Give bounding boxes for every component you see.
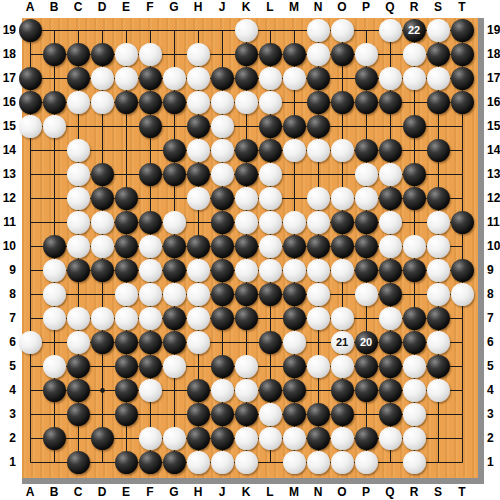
intersection-J9[interactable]	[210, 258, 234, 282]
black-stone-G13[interactable]	[163, 163, 186, 186]
white-stone-H1[interactable]	[187, 451, 210, 474]
black-stone-C4[interactable]	[67, 379, 90, 402]
white-stone-H16[interactable]	[187, 91, 210, 114]
intersection-O7[interactable]	[330, 306, 354, 330]
intersection-O12[interactable]	[330, 186, 354, 210]
white-stone-O1[interactable]	[331, 451, 354, 474]
black-stone-N16[interactable]	[307, 91, 330, 114]
white-stone-D11[interactable]	[91, 211, 114, 234]
intersection-H11[interactable]	[186, 210, 210, 234]
intersection-Q19[interactable]	[378, 18, 402, 42]
intersection-B4[interactable]	[42, 378, 66, 402]
black-stone-K13[interactable]	[235, 163, 258, 186]
intersection-C11[interactable]	[66, 210, 90, 234]
white-stone-Q17[interactable]	[379, 67, 402, 90]
white-stone-C13[interactable]	[67, 163, 90, 186]
black-stone-G16[interactable]	[163, 91, 186, 114]
black-stone-N2[interactable]	[307, 427, 330, 450]
intersection-N7[interactable]	[306, 306, 330, 330]
intersection-L14[interactable]	[258, 138, 282, 162]
intersection-B12[interactable]	[42, 186, 66, 210]
white-stone-N11[interactable]	[307, 211, 330, 234]
intersection-A4[interactable]	[18, 378, 42, 402]
intersection-F18[interactable]	[138, 42, 162, 66]
black-stone-L15[interactable]	[259, 115, 282, 138]
black-stone-Q16[interactable]	[379, 91, 402, 114]
intersection-F3[interactable]	[138, 402, 162, 426]
intersection-T3[interactable]	[450, 402, 474, 426]
black-stone-P17[interactable]	[355, 67, 378, 90]
intersection-S7[interactable]	[426, 306, 450, 330]
white-stone-H8[interactable]	[187, 283, 210, 306]
intersection-D17[interactable]	[90, 66, 114, 90]
intersection-E16[interactable]	[114, 90, 138, 114]
intersection-O4[interactable]	[330, 378, 354, 402]
black-stone-D18[interactable]	[91, 43, 114, 66]
white-stone-F9[interactable]	[139, 259, 162, 282]
white-stone-G11[interactable]	[163, 211, 186, 234]
intersection-E9[interactable]	[114, 258, 138, 282]
white-stone-O7[interactable]	[331, 307, 354, 330]
intersection-M8[interactable]	[282, 282, 306, 306]
intersection-Q6[interactable]	[378, 330, 402, 354]
intersection-G8[interactable]	[162, 282, 186, 306]
intersection-K7[interactable]	[234, 306, 258, 330]
intersection-Q15[interactable]	[378, 114, 402, 138]
white-stone-M17[interactable]	[283, 67, 306, 90]
intersection-R10[interactable]	[402, 234, 426, 258]
intersection-Q11[interactable]	[378, 210, 402, 234]
intersection-S13[interactable]	[426, 162, 450, 186]
intersection-S16[interactable]	[426, 90, 450, 114]
intersection-E13[interactable]	[114, 162, 138, 186]
black-stone-S18[interactable]	[427, 43, 450, 66]
intersection-P13[interactable]	[354, 162, 378, 186]
black-stone-O18[interactable]	[331, 43, 354, 66]
intersection-D9[interactable]	[90, 258, 114, 282]
intersection-N19[interactable]	[306, 18, 330, 42]
black-stone-F13[interactable]	[139, 163, 162, 186]
intersection-R14[interactable]	[402, 138, 426, 162]
intersection-A9[interactable]	[18, 258, 42, 282]
intersection-F9[interactable]	[138, 258, 162, 282]
white-stone-L12[interactable]	[259, 187, 282, 210]
intersection-O15[interactable]	[330, 114, 354, 138]
intersection-P16[interactable]	[354, 90, 378, 114]
intersection-H5[interactable]	[186, 354, 210, 378]
intersection-P17[interactable]	[354, 66, 378, 90]
black-stone-E5[interactable]	[115, 355, 138, 378]
intersection-C12[interactable]	[66, 186, 90, 210]
intersection-K1[interactable]	[234, 450, 258, 474]
intersection-S9[interactable]	[426, 258, 450, 282]
black-stone-D6[interactable]	[91, 331, 114, 354]
intersection-B13[interactable]	[42, 162, 66, 186]
intersection-E8[interactable]	[114, 282, 138, 306]
intersection-A19[interactable]	[18, 18, 42, 42]
black-stone-E9[interactable]	[115, 259, 138, 282]
white-stone-F4[interactable]	[139, 379, 162, 402]
white-stone-C12[interactable]	[67, 187, 90, 210]
white-stone-T8[interactable]	[451, 283, 474, 306]
white-stone-E8[interactable]	[115, 283, 138, 306]
black-stone-E16[interactable]	[115, 91, 138, 114]
white-stone-S6[interactable]	[427, 331, 450, 354]
intersection-Q8[interactable]	[378, 282, 402, 306]
black-stone-S5[interactable]	[427, 355, 450, 378]
intersection-M14[interactable]	[282, 138, 306, 162]
black-stone-L18[interactable]	[259, 43, 282, 66]
white-stone-G17[interactable]	[163, 67, 186, 90]
black-stone-K8[interactable]	[235, 283, 258, 306]
intersection-M15[interactable]	[282, 114, 306, 138]
intersection-B2[interactable]	[42, 426, 66, 450]
white-stone-L10[interactable]	[259, 235, 282, 258]
intersection-L6[interactable]	[258, 330, 282, 354]
intersection-O8[interactable]	[330, 282, 354, 306]
intersection-C8[interactable]	[66, 282, 90, 306]
intersection-O18[interactable]	[330, 42, 354, 66]
black-stone-M18[interactable]	[283, 43, 306, 66]
intersection-S14[interactable]	[426, 138, 450, 162]
intersection-T18[interactable]	[450, 42, 474, 66]
intersection-E11[interactable]	[114, 210, 138, 234]
intersection-R2[interactable]	[402, 426, 426, 450]
intersection-J17[interactable]	[210, 66, 234, 90]
intersection-Q5[interactable]	[378, 354, 402, 378]
intersection-H10[interactable]	[186, 234, 210, 258]
intersection-A13[interactable]	[18, 162, 42, 186]
white-stone-O5[interactable]	[331, 355, 354, 378]
black-stone-S14[interactable]	[427, 139, 450, 162]
black-stone-N10[interactable]	[307, 235, 330, 258]
white-stone-B5[interactable]	[43, 355, 66, 378]
white-stone-D16[interactable]	[91, 91, 114, 114]
intersection-H8[interactable]	[186, 282, 210, 306]
intersection-G18[interactable]	[162, 42, 186, 66]
intersection-J5[interactable]	[210, 354, 234, 378]
black-stone-Q9[interactable]	[379, 259, 402, 282]
black-stone-G6[interactable]	[163, 331, 186, 354]
intersection-D13[interactable]	[90, 162, 114, 186]
intersection-C2[interactable]	[66, 426, 90, 450]
white-stone-M1[interactable]	[283, 451, 306, 474]
intersection-E3[interactable]	[114, 402, 138, 426]
black-stone-E4[interactable]	[115, 379, 138, 402]
intersection-E17[interactable]	[114, 66, 138, 90]
intersection-M17[interactable]	[282, 66, 306, 90]
intersection-B18[interactable]	[42, 42, 66, 66]
intersection-N9[interactable]	[306, 258, 330, 282]
white-stone-O14[interactable]	[331, 139, 354, 162]
black-stone-F15[interactable]	[139, 115, 162, 138]
intersection-J11[interactable]	[210, 210, 234, 234]
intersection-L17[interactable]	[258, 66, 282, 90]
intersection-L1[interactable]	[258, 450, 282, 474]
black-stone-G14[interactable]	[163, 139, 186, 162]
white-stone-R1[interactable]	[403, 451, 426, 474]
intersection-E7[interactable]	[114, 306, 138, 330]
intersection-J18[interactable]	[210, 42, 234, 66]
intersection-M12[interactable]	[282, 186, 306, 210]
white-stone-R17[interactable]	[403, 67, 426, 90]
white-stone-H12[interactable]	[187, 187, 210, 210]
white-stone-S10[interactable]	[427, 235, 450, 258]
intersection-J19[interactable]	[210, 18, 234, 42]
intersection-J2[interactable]	[210, 426, 234, 450]
intersection-A15[interactable]	[18, 114, 42, 138]
intersection-F1[interactable]	[138, 450, 162, 474]
black-stone-R9[interactable]	[403, 259, 426, 282]
intersection-J14[interactable]	[210, 138, 234, 162]
black-stone-G7[interactable]	[163, 307, 186, 330]
white-stone-L17[interactable]	[259, 67, 282, 90]
intersection-T9[interactable]	[450, 258, 474, 282]
black-stone-T18[interactable]	[451, 43, 474, 66]
black-stone-T16[interactable]	[451, 91, 474, 114]
white-stone-C11[interactable]	[67, 211, 90, 234]
white-stone-C16[interactable]	[67, 91, 90, 114]
intersection-M18[interactable]	[282, 42, 306, 66]
intersection-N17[interactable]	[306, 66, 330, 90]
black-stone-J2[interactable]	[211, 427, 234, 450]
intersection-J4[interactable]	[210, 378, 234, 402]
intersection-L3[interactable]	[258, 402, 282, 426]
intersection-B8[interactable]	[42, 282, 66, 306]
intersection-S19[interactable]	[426, 18, 450, 42]
intersection-P19[interactable]	[354, 18, 378, 42]
intersection-H2[interactable]	[186, 426, 210, 450]
intersection-K3[interactable]	[234, 402, 258, 426]
intersection-K4[interactable]	[234, 378, 258, 402]
intersection-N4[interactable]	[306, 378, 330, 402]
intersection-N15[interactable]	[306, 114, 330, 138]
intersection-A16[interactable]	[18, 90, 42, 114]
intersection-T11[interactable]	[450, 210, 474, 234]
black-stone-M3[interactable]	[283, 403, 306, 426]
intersection-S18[interactable]	[426, 42, 450, 66]
white-stone-F10[interactable]	[139, 235, 162, 258]
intersection-C4[interactable]	[66, 378, 90, 402]
intersection-F19[interactable]	[138, 18, 162, 42]
intersection-Q18[interactable]	[378, 42, 402, 66]
white-stone-A15[interactable]	[19, 115, 42, 138]
intersection-B1[interactable]	[42, 450, 66, 474]
intersection-G4[interactable]	[162, 378, 186, 402]
intersection-T13[interactable]	[450, 162, 474, 186]
white-stone-E17[interactable]	[115, 67, 138, 90]
white-stone-M6[interactable]	[283, 331, 306, 354]
black-stone-E1[interactable]	[115, 451, 138, 474]
intersection-S4[interactable]	[426, 378, 450, 402]
intersection-D2[interactable]	[90, 426, 114, 450]
black-stone-N15[interactable]	[307, 115, 330, 138]
intersection-A17[interactable]	[18, 66, 42, 90]
black-stone-R7[interactable]	[403, 307, 426, 330]
intersection-N5[interactable]	[306, 354, 330, 378]
intersection-E6[interactable]	[114, 330, 138, 354]
white-stone-R2[interactable]	[403, 427, 426, 450]
white-stone-S19[interactable]	[427, 19, 450, 42]
intersection-Q16[interactable]	[378, 90, 402, 114]
intersection-T14[interactable]	[450, 138, 474, 162]
intersection-C6[interactable]	[66, 330, 90, 354]
intersection-K11[interactable]	[234, 210, 258, 234]
black-stone-K10[interactable]	[235, 235, 258, 258]
intersection-T12[interactable]	[450, 186, 474, 210]
intersection-L11[interactable]	[258, 210, 282, 234]
intersection-M7[interactable]	[282, 306, 306, 330]
intersection-Q14[interactable]	[378, 138, 402, 162]
black-stone-K18[interactable]	[235, 43, 258, 66]
black-stone-J11[interactable]	[211, 211, 234, 234]
white-stone-Q13[interactable]	[379, 163, 402, 186]
black-stone-N3[interactable]	[307, 403, 330, 426]
intersection-Q2[interactable]	[378, 426, 402, 450]
white-stone-S8[interactable]	[427, 283, 450, 306]
intersection-T4[interactable]	[450, 378, 474, 402]
intersection-K10[interactable]	[234, 234, 258, 258]
white-stone-G2[interactable]	[163, 427, 186, 450]
black-stone-L6[interactable]	[259, 331, 282, 354]
white-stone-P1[interactable]	[355, 451, 378, 474]
intersection-F2[interactable]	[138, 426, 162, 450]
intersection-A14[interactable]	[18, 138, 42, 162]
black-stone-G9[interactable]	[163, 259, 186, 282]
intersection-J16[interactable]	[210, 90, 234, 114]
white-stone-F7[interactable]	[139, 307, 162, 330]
black-stone-P10[interactable]	[355, 235, 378, 258]
white-stone-C6[interactable]	[67, 331, 90, 354]
intersection-M9[interactable]	[282, 258, 306, 282]
white-stone-O2[interactable]	[331, 427, 354, 450]
intersection-C14[interactable]	[66, 138, 90, 162]
intersection-K16[interactable]	[234, 90, 258, 114]
intersection-C18[interactable]	[66, 42, 90, 66]
intersection-G17[interactable]	[162, 66, 186, 90]
black-stone-D9[interactable]	[91, 259, 114, 282]
black-stone-H2[interactable]	[187, 427, 210, 450]
intersection-D1[interactable]	[90, 450, 114, 474]
intersection-L18[interactable]	[258, 42, 282, 66]
intersection-F15[interactable]	[138, 114, 162, 138]
intersection-F4[interactable]	[138, 378, 162, 402]
intersection-E12[interactable]	[114, 186, 138, 210]
intersection-S1[interactable]	[426, 450, 450, 474]
intersection-S3[interactable]	[426, 402, 450, 426]
white-stone-S17[interactable]	[427, 67, 450, 90]
intersection-D15[interactable]	[90, 114, 114, 138]
intersection-R5[interactable]	[402, 354, 426, 378]
intersection-G10[interactable]	[162, 234, 186, 258]
intersection-L9[interactable]	[258, 258, 282, 282]
intersection-D16[interactable]	[90, 90, 114, 114]
intersection-M4[interactable]	[282, 378, 306, 402]
white-stone-G8[interactable]	[163, 283, 186, 306]
intersection-K17[interactable]	[234, 66, 258, 90]
intersection-P7[interactable]	[354, 306, 378, 330]
intersection-L5[interactable]	[258, 354, 282, 378]
black-stone-M15[interactable]	[283, 115, 306, 138]
intersection-R3[interactable]	[402, 402, 426, 426]
black-stone-G1[interactable]	[163, 451, 186, 474]
intersection-P5[interactable]	[354, 354, 378, 378]
white-stone-B9[interactable]	[43, 259, 66, 282]
black-stone-C5[interactable]	[67, 355, 90, 378]
intersection-T15[interactable]	[450, 114, 474, 138]
black-stone-E10[interactable]	[115, 235, 138, 258]
black-stone-O16[interactable]	[331, 91, 354, 114]
intersection-L13[interactable]	[258, 162, 282, 186]
white-stone-Q7[interactable]	[379, 307, 402, 330]
intersection-M10[interactable]	[282, 234, 306, 258]
intersection-O3[interactable]	[330, 402, 354, 426]
white-stone-A6[interactable]	[19, 331, 42, 354]
intersection-G15[interactable]	[162, 114, 186, 138]
intersection-O1[interactable]	[330, 450, 354, 474]
intersection-R4[interactable]	[402, 378, 426, 402]
white-stone-M9[interactable]	[283, 259, 306, 282]
intersection-K12[interactable]	[234, 186, 258, 210]
intersection-Q7[interactable]	[378, 306, 402, 330]
intersection-N2[interactable]	[306, 426, 330, 450]
intersection-C5[interactable]	[66, 354, 90, 378]
black-stone-H10[interactable]	[187, 235, 210, 258]
intersection-Q9[interactable]	[378, 258, 402, 282]
intersection-R7[interactable]	[402, 306, 426, 330]
intersection-L16[interactable]	[258, 90, 282, 114]
intersection-P8[interactable]	[354, 282, 378, 306]
intersection-G13[interactable]	[162, 162, 186, 186]
intersection-P12[interactable]	[354, 186, 378, 210]
white-stone-M2[interactable]	[283, 427, 306, 450]
intersection-S6[interactable]	[426, 330, 450, 354]
intersection-R13[interactable]	[402, 162, 426, 186]
intersection-C10[interactable]	[66, 234, 90, 258]
intersection-C17[interactable]	[66, 66, 90, 90]
intersection-M3[interactable]	[282, 402, 306, 426]
intersection-N10[interactable]	[306, 234, 330, 258]
intersection-R11[interactable]	[402, 210, 426, 234]
intersection-L4[interactable]	[258, 378, 282, 402]
intersection-O16[interactable]	[330, 90, 354, 114]
intersection-H13[interactable]	[186, 162, 210, 186]
intersection-J7[interactable]	[210, 306, 234, 330]
intersection-P14[interactable]	[354, 138, 378, 162]
intersection-R15[interactable]	[402, 114, 426, 138]
intersection-E19[interactable]	[114, 18, 138, 42]
intersection-R12[interactable]	[402, 186, 426, 210]
black-stone-J17[interactable]	[211, 67, 234, 90]
intersection-D6[interactable]	[90, 330, 114, 354]
intersection-A18[interactable]	[18, 42, 42, 66]
intersection-M2[interactable]	[282, 426, 306, 450]
black-stone-R6[interactable]	[403, 331, 426, 354]
intersection-H6[interactable]	[186, 330, 210, 354]
white-stone-F2[interactable]	[139, 427, 162, 450]
intersection-Q3[interactable]	[378, 402, 402, 426]
black-stone-M4[interactable]	[283, 379, 306, 402]
white-stone-P8[interactable]	[355, 283, 378, 306]
intersection-O5[interactable]	[330, 354, 354, 378]
black-stone-K3[interactable]	[235, 403, 258, 426]
white-stone-H14[interactable]	[187, 139, 210, 162]
intersection-E14[interactable]	[114, 138, 138, 162]
intersection-G19[interactable]	[162, 18, 186, 42]
intersection-A2[interactable]	[18, 426, 42, 450]
white-stone-R3[interactable]	[403, 403, 426, 426]
intersection-B14[interactable]	[42, 138, 66, 162]
